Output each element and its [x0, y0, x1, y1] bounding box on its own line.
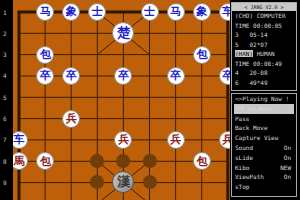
row-label-4: 4 — [3, 72, 11, 79]
row-label-7: 7 — [3, 136, 11, 143]
han-general-piece[interactable]: 漢 — [112, 171, 134, 193]
cho-horse-piece[interactable]: 马 — [36, 3, 54, 21]
menu-item-stop[interactable]: sTop — [232, 182, 296, 192]
row-label-5: 5 — [3, 94, 11, 101]
menu-item-label: ViewPath — [235, 172, 264, 182]
han-horse-piece[interactable]: 馬 — [13, 152, 28, 170]
row-label-3: 3 — [3, 51, 11, 58]
cho-soldier-piece[interactable]: 卒 — [114, 67, 132, 85]
menu-item-sound[interactable]: SoundOn — [232, 143, 296, 153]
menu-item-label: Sound — [235, 143, 253, 153]
cho-soldier-piece[interactable]: 卒 — [62, 67, 80, 85]
menu-item-value: On — [284, 143, 291, 153]
row-label-9: 9 — [3, 179, 11, 186]
han-turn-badge: (HAN) — [235, 50, 253, 57]
row-label-1: 1 — [3, 9, 11, 16]
menu-list: F0 to MenuPassBack MoveCapture ViewSound… — [232, 104, 296, 192]
row-label-2: 2 — [3, 30, 11, 37]
cho-elephant-piece[interactable]: 象 — [193, 3, 211, 21]
row-labels-margin: 123456789 — [0, 0, 13, 200]
cho-advisor-piece[interactable]: 士 — [88, 3, 106, 21]
move-hint-dot[interactable] — [90, 154, 104, 168]
move-hint-dot[interactable] — [116, 154, 130, 168]
menu-item-label: Kibo — [235, 163, 249, 173]
han-cannon-piece[interactable]: 包 — [193, 152, 211, 170]
menu-item-viewpath[interactable]: ViewPathOn — [232, 172, 296, 182]
move-hint-dot[interactable] — [143, 154, 157, 168]
row-label-6: 6 — [3, 115, 11, 122]
han-soldier-piece[interactable]: 兵 — [114, 131, 132, 149]
menu-item-f0-to-menu[interactable]: F0 to Menu — [234, 104, 294, 114]
game-info-panel: < JANG V2.0 > (CHO) COMPUTER TIME 00:00:… — [231, 2, 297, 91]
cho-horse-piece[interactable]: 马 — [167, 3, 185, 21]
move-hint-dot[interactable] — [90, 175, 104, 189]
computer-move-1: 3 05-14 — [232, 30, 296, 40]
human-move-1: 4 20-08 — [232, 68, 296, 78]
sidebar: < JANG V2.0 > (CHO) COMPUTER TIME 00:00:… — [230, 0, 300, 200]
computer-player-label: (CHO) COMPUTER — [232, 11, 296, 21]
menu-item-kibo[interactable]: KiboNEW — [232, 163, 296, 173]
han-soldier-piece[interactable]: 兵 — [167, 131, 185, 149]
menu-item-label: Back Move — [235, 123, 268, 133]
han-soldier-piece[interactable]: 兵 — [219, 131, 230, 149]
move-hint-dot[interactable] — [143, 175, 157, 189]
menu-item-label: Capture View — [235, 133, 278, 143]
han-cannon-piece[interactable]: 包 — [36, 152, 54, 170]
cho-cannon-piece[interactable]: 包 — [193, 46, 211, 64]
cho-soldier-piece[interactable]: 卒 — [36, 67, 54, 85]
menu-item-label: sTop — [235, 182, 249, 192]
menu-item-value: NEW — [280, 163, 291, 173]
cho-chariot-piece[interactable]: 车 — [219, 3, 230, 21]
cho-advisor-piece[interactable]: 士 — [141, 3, 159, 21]
menu-item-pass[interactable]: Pass — [232, 114, 296, 124]
menu-item-label: F0 to Menu — [237, 104, 273, 114]
janggi-board[interactable]: 马象士士马象车楚包包卒卒卒卒卒车兵兵兵兵馬包包漢 — [13, 0, 230, 200]
app-title-bar: < JANG V2.0 > — [232, 3, 296, 11]
menu-item-label: sLide — [235, 153, 253, 163]
janggi-app-window: 马象士士马象车楚包包卒卒卒卒卒车兵兵兵兵馬包包漢 123456789 < JAN… — [0, 0, 300, 200]
cho-elephant-piece[interactable]: 象 — [62, 3, 80, 21]
human-move-2: 6 49*49 — [232, 78, 296, 88]
cho-soldier-piece[interactable]: 卒 — [167, 67, 185, 85]
computer-move-2: 5 02*07 — [232, 40, 296, 50]
row-label-8: 8 — [3, 158, 11, 165]
cho-cannon-piece[interactable]: 包 — [36, 46, 54, 64]
menu-item-label: Pass — [235, 114, 249, 124]
han-soldier-piece[interactable]: 兵 — [62, 110, 80, 128]
menu-item-capture-view[interactable]: Capture View — [232, 133, 296, 143]
computer-time: TIME 00:00:05 — [232, 21, 296, 31]
menu-item-slide[interactable]: sLideOn — [232, 153, 296, 163]
human-time: TIME 00:00:49 — [232, 59, 296, 69]
cho-soldier-piece[interactable]: 卒 — [219, 67, 230, 85]
menu-item-value: On — [284, 153, 291, 163]
cho-general-piece[interactable]: 楚 — [112, 22, 134, 44]
status-text: <>Playing Now ! — [232, 94, 296, 104]
human-label-text: HUMAN — [253, 50, 275, 57]
menu-panel: <>Playing Now ! F0 to MenuPassBack MoveC… — [231, 93, 297, 197]
board-grid: 马象士士马象车楚包包卒卒卒卒卒车兵兵兵兵馬包包漢 — [13, 1, 230, 200]
menu-item-value: On — [284, 172, 291, 182]
cho-chariot-piece[interactable]: 车 — [13, 131, 28, 149]
human-player-label: (HAN) HUMAN — [232, 49, 296, 59]
menu-item-back-move[interactable]: Back Move — [232, 123, 296, 133]
